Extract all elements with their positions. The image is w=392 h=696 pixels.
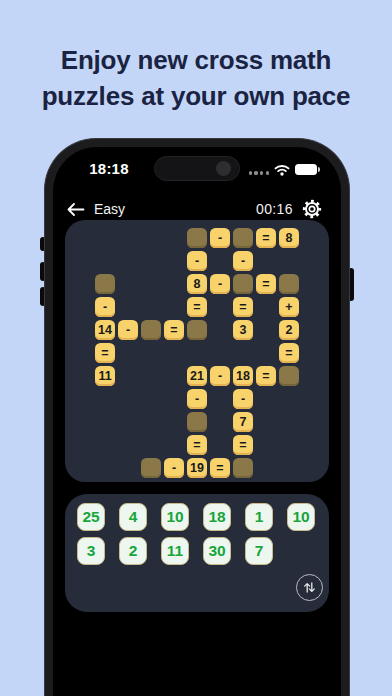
tray-tile[interactable]: 3 (77, 537, 105, 565)
board-tile: 11 (95, 366, 115, 386)
timer: 00:16 (256, 201, 293, 217)
board-empty (118, 228, 138, 248)
cellular-dots-icon (249, 165, 269, 175)
board-empty (118, 458, 138, 478)
board-empty (210, 343, 230, 363)
board-empty (279, 458, 299, 478)
board-slot[interactable] (233, 228, 253, 248)
board-tile: 14 (95, 320, 115, 340)
board-empty (164, 343, 184, 363)
board-tile: = (187, 435, 207, 455)
board-empty (210, 435, 230, 455)
status-time: 18:18 (81, 160, 137, 177)
board-tile: - (210, 366, 230, 386)
board-empty (164, 251, 184, 271)
board-empty (95, 251, 115, 271)
board-empty (279, 389, 299, 409)
board-tile: 18 (233, 366, 253, 386)
board-empty (164, 274, 184, 294)
tray-tile[interactable]: 25 (77, 503, 105, 531)
board-empty (210, 389, 230, 409)
board-tile: - (187, 251, 207, 271)
board-empty (141, 435, 161, 455)
board-empty (141, 343, 161, 363)
board-tile: = (256, 228, 276, 248)
tray-tile[interactable]: 10 (287, 503, 315, 531)
board-empty (95, 228, 115, 248)
board-empty (95, 458, 115, 478)
board-slot[interactable] (187, 320, 207, 340)
board-tile: = (187, 297, 207, 317)
board-tile: - (95, 297, 115, 317)
board-tile: - (210, 228, 230, 248)
board-empty (279, 412, 299, 432)
board-empty (141, 297, 161, 317)
board-empty (164, 297, 184, 317)
board-tile: 21 (187, 366, 207, 386)
dynamic-island (154, 156, 240, 181)
swap-order-button[interactable] (296, 574, 323, 601)
board-empty (256, 251, 276, 271)
tray-tile[interactable]: 18 (203, 503, 231, 531)
board-empty (118, 251, 138, 271)
tray-tile[interactable]: 30 (203, 537, 231, 565)
board-tile: = (256, 274, 276, 294)
board-empty (210, 412, 230, 432)
gear-icon (302, 199, 322, 219)
board-slot[interactable] (141, 320, 161, 340)
board-tile: - (118, 320, 138, 340)
board-tile: - (233, 251, 253, 271)
board-slot[interactable] (187, 412, 207, 432)
board-empty (279, 251, 299, 271)
tray-panel: 2541018110 3211307 (65, 494, 329, 612)
board-empty (95, 389, 115, 409)
board-tile: 7 (233, 412, 253, 432)
board-tile: 8 (279, 228, 299, 248)
board-slot[interactable] (187, 228, 207, 248)
board-empty (95, 435, 115, 455)
board-empty (256, 389, 276, 409)
headline-line-1: Enjoy new cross math (0, 42, 392, 78)
wifi-icon (274, 164, 290, 176)
board-tile: = (256, 366, 276, 386)
board-tile: = (233, 297, 253, 317)
board-grid: -=8--8-=-==+14-=32==1121-18=--7==-19= (95, 228, 299, 482)
board-slot[interactable] (279, 366, 299, 386)
board-tile: - (187, 389, 207, 409)
board-slot[interactable] (233, 274, 253, 294)
board-empty (118, 366, 138, 386)
board-empty (210, 320, 230, 340)
board-empty (256, 458, 276, 478)
tray-tile[interactable]: 2 (119, 537, 147, 565)
board-slot[interactable] (279, 274, 299, 294)
board-empty (141, 274, 161, 294)
tray-tile[interactable]: 10 (161, 503, 189, 531)
board-empty (164, 435, 184, 455)
tray-tile[interactable]: 4 (119, 503, 147, 531)
board-tile: = (279, 343, 299, 363)
board-empty (210, 297, 230, 317)
board-empty (256, 297, 276, 317)
board-empty (141, 412, 161, 432)
camera-icon (216, 161, 231, 176)
board-tile: + (279, 297, 299, 317)
status-icons (249, 162, 320, 177)
board-slot[interactable] (141, 458, 161, 478)
headline-line-2: puzzles at your own pace (0, 78, 392, 114)
tray-row-2: 3211307 (77, 537, 273, 565)
board-empty (164, 228, 184, 248)
phone-screen: 18:18 Easy 00:16 (53, 147, 341, 696)
board-empty (210, 251, 230, 271)
board-tile: - (210, 274, 230, 294)
board-tile: 2 (279, 320, 299, 340)
board-empty (118, 412, 138, 432)
board-tile: = (233, 435, 253, 455)
board-tile: - (164, 458, 184, 478)
board-tile: 8 (187, 274, 207, 294)
board-empty (141, 389, 161, 409)
board-empty (118, 297, 138, 317)
board-empty (141, 251, 161, 271)
board-empty (256, 320, 276, 340)
board-tile: - (233, 389, 253, 409)
battery-icon (295, 164, 320, 176)
board-empty (279, 435, 299, 455)
phone-frame: 18:18 Easy 00:16 (44, 138, 350, 696)
back-arrow-icon (66, 202, 85, 217)
board-tile: = (95, 343, 115, 363)
swap-vertical-icon (303, 581, 316, 594)
tray-tile[interactable]: 1 (245, 503, 273, 531)
board-empty (164, 366, 184, 386)
board-empty (118, 274, 138, 294)
back-button[interactable] (66, 202, 85, 217)
board-tile: = (164, 320, 184, 340)
settings-button[interactable] (302, 199, 322, 219)
board-slot[interactable] (233, 458, 253, 478)
tray-row-1: 2541018110 (77, 503, 315, 531)
board-empty (118, 435, 138, 455)
board-empty (118, 343, 138, 363)
board-empty (95, 412, 115, 432)
board-empty (164, 389, 184, 409)
board-empty (256, 343, 276, 363)
level-label: Easy (94, 201, 125, 217)
navbar: Easy 00:16 (53, 196, 341, 222)
board-panel: -=8--8-=-==+14-=32==1121-18=--7==-19= (65, 220, 329, 482)
board-tile: 3 (233, 320, 253, 340)
board-empty (233, 343, 253, 363)
board-empty (256, 435, 276, 455)
board-empty (141, 228, 161, 248)
board-empty (164, 412, 184, 432)
board-slot[interactable] (95, 274, 115, 294)
headline: Enjoy new cross math puzzles at your own… (0, 42, 392, 114)
board-tile: = (210, 458, 230, 478)
board-empty (141, 366, 161, 386)
board-empty (256, 412, 276, 432)
board-tile: 19 (187, 458, 207, 478)
board-empty (118, 389, 138, 409)
tray-tile[interactable]: 7 (245, 537, 273, 565)
tray-tile[interactable]: 11 (161, 537, 189, 565)
board-empty (187, 343, 207, 363)
